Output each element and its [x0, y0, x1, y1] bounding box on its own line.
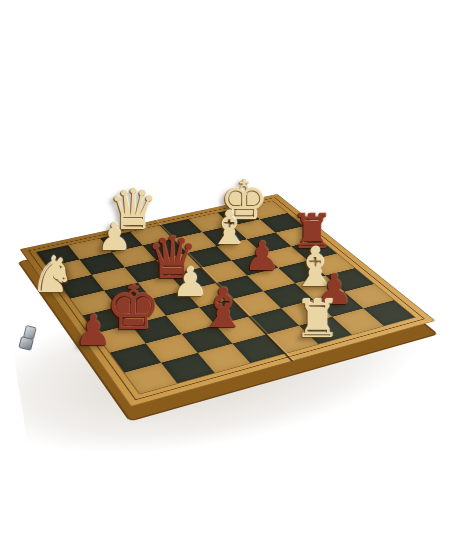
- piece-dark-pawn-a3[interactable]: ♟: [74, 310, 112, 352]
- piece-dark-bishop-c2[interactable]: ♝: [198, 281, 247, 336]
- piece-dark-pawn-f5[interactable]: ♟: [244, 236, 280, 276]
- piece-light-knight-a5[interactable]: ♞: [31, 250, 76, 300]
- photo-stage: ♛♟♚♝♞♟♝♜♛♜♟♚♟♝♟: [0, 0, 466, 560]
- piece-light-pawn-c7[interactable]: ♟: [97, 218, 131, 256]
- piece-dark-king-b3[interactable]: ♚: [105, 277, 161, 339]
- piece-light-rook-f1[interactable]: ♜: [294, 293, 341, 345]
